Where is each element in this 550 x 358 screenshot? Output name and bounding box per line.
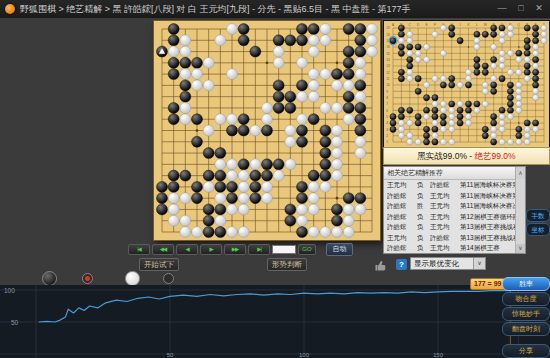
stone-white	[499, 38, 505, 44]
variation-dropdown[interactable]: 显示最优变化 ∨	[410, 257, 486, 270]
stone-white	[423, 44, 429, 50]
stone-black	[398, 25, 404, 31]
stone-white	[541, 25, 547, 31]
stone-black	[180, 91, 191, 102]
stone-black	[432, 107, 438, 113]
stone-black	[308, 24, 319, 35]
minimize-button[interactable]: —	[494, 0, 510, 18]
side-button-3[interactable]: 翻盘时刻	[502, 322, 550, 336]
stone-white	[250, 159, 261, 170]
stone-white	[192, 227, 203, 238]
stone-white	[507, 69, 513, 75]
stone-white	[308, 46, 319, 57]
stone-black	[482, 31, 488, 37]
stone-black	[355, 193, 366, 204]
white-stone-icon	[125, 271, 140, 286]
stone-white	[203, 80, 214, 91]
recommendation-row[interactable]: 許皓鋐负王元均第13届棋王赛挑战赛	[384, 222, 525, 233]
stone-white	[250, 125, 261, 136]
stone-black	[180, 170, 191, 181]
svg-text:15: 15	[386, 52, 390, 56]
svg-text:100: 100	[4, 287, 15, 294]
stone-white	[355, 148, 366, 159]
stone-white	[516, 101, 522, 107]
stone-black	[457, 120, 463, 126]
stone-black	[308, 170, 319, 181]
go-button[interactable]: GO	[298, 244, 316, 255]
stone-white	[308, 80, 319, 91]
stone-white	[398, 120, 404, 126]
stone-white	[320, 181, 331, 192]
stone-white	[440, 139, 446, 145]
stone-black	[157, 204, 168, 215]
stone-black	[398, 31, 404, 37]
side-button-4[interactable]: 分享	[502, 344, 550, 358]
stone-black	[355, 114, 366, 125]
recommendations-header: 相关绝艺精解推荐 ∧	[384, 167, 525, 180]
main-go-board[interactable]	[153, 20, 381, 241]
stone-black	[308, 114, 319, 125]
stone-white	[168, 193, 179, 204]
stone-white	[507, 25, 513, 31]
stone-white	[465, 120, 471, 126]
stone-white	[355, 91, 366, 102]
side-button-0[interactable]: 胜率	[502, 277, 550, 291]
stone-white	[440, 76, 446, 82]
stone-black	[449, 25, 455, 31]
svg-text:J: J	[459, 23, 461, 27]
side-button-1[interactable]: 吻合度	[502, 292, 550, 306]
stone-black	[415, 76, 421, 82]
stone-black	[192, 57, 203, 68]
nav-button-first[interactable]: |◀	[128, 244, 150, 255]
position-judge-button[interactable]: 形势判断	[267, 258, 307, 271]
stone-white	[215, 193, 226, 204]
nav-button-back-fast[interactable]: ◀◀	[152, 244, 174, 255]
stone-black	[407, 44, 413, 50]
stone-black	[203, 204, 214, 215]
stone-white	[355, 69, 366, 80]
stone-black	[297, 125, 308, 136]
svg-text:9: 9	[386, 90, 388, 94]
scrollbar[interactable]: ∨	[515, 179, 525, 253]
svg-text:14: 14	[386, 58, 390, 62]
stone-white	[516, 88, 522, 94]
recommendation-cell: 王元均	[430, 243, 460, 254]
stone-white	[203, 181, 214, 192]
recommendation-row[interactable]: 許皓鋐负王元均第11届海峡杯决赛第2	[384, 191, 525, 202]
stone-white	[407, 50, 413, 56]
svg-text:F: F	[434, 23, 436, 27]
stone-black	[398, 107, 404, 113]
stone-white	[320, 35, 331, 46]
stone-white	[507, 139, 513, 145]
stone-white	[524, 133, 530, 139]
stone-white	[180, 46, 191, 57]
stone-black	[524, 38, 530, 44]
recommendation-row[interactable]: 許皓鋐负王元均第12届棋王赛循环圈	[384, 212, 525, 223]
stone-black	[482, 63, 488, 69]
stone-black	[432, 114, 438, 120]
stone-black	[491, 82, 497, 88]
stone-white	[320, 24, 331, 35]
stone-white	[533, 126, 539, 132]
recommendation-cell: 許皓鋐	[387, 201, 417, 212]
stone-black	[398, 44, 404, 50]
stone-black	[482, 126, 488, 132]
stone-white	[449, 114, 455, 120]
recommendation-cell: 负	[417, 243, 430, 254]
stone-white	[491, 126, 497, 132]
stone-black	[215, 204, 226, 215]
recommendation-cell: 王元均	[430, 191, 460, 202]
stone-white	[491, 63, 497, 69]
stone-white	[285, 159, 296, 170]
recommendations-panel: 相关绝艺精解推荐 ∧ 王元均负許皓鋐第11届海峡杯决赛第1許皓鋐负王元均第11届…	[383, 166, 526, 254]
black-winrate-radio[interactable]	[82, 273, 93, 284]
stone-black	[343, 91, 354, 102]
stone-black	[491, 120, 497, 126]
stone-white	[308, 35, 319, 46]
stone-white	[168, 46, 179, 57]
recommendation-cell: 王元均	[430, 212, 460, 223]
stone-white	[343, 204, 354, 215]
move-navigation: |◀◀◀◀▶▶▶▶| GO 自动	[128, 244, 353, 254]
stone-white	[180, 114, 191, 125]
stone-white	[533, 63, 539, 69]
stone-black	[262, 170, 273, 181]
winrate-line	[39, 291, 511, 322]
svg-text:150: 150	[433, 352, 444, 358]
nav-button-forward[interactable]: ▶	[200, 244, 222, 255]
stone-black	[297, 35, 308, 46]
stone-black	[507, 107, 513, 113]
stone-white	[407, 120, 413, 126]
mini-go-board[interactable]: A19B18C17D16E15F14G13H12J11K10L9M8N7O6P5…	[383, 20, 550, 148]
stone-white	[180, 215, 191, 226]
stone-white	[533, 50, 539, 56]
stone-black	[285, 204, 296, 215]
start-trial-button[interactable]: 开始试下	[139, 258, 179, 271]
stone-white	[440, 107, 446, 113]
stone-black	[491, 57, 497, 63]
stone-white	[215, 35, 226, 46]
stone-black	[491, 31, 497, 37]
stone-black	[238, 159, 249, 170]
stone-white	[449, 126, 455, 132]
stone-white	[499, 126, 505, 132]
stone-black	[449, 31, 455, 37]
stone-black	[516, 133, 522, 139]
stone-white	[407, 76, 413, 82]
stone-black	[180, 80, 191, 91]
svg-text:4: 4	[386, 121, 388, 125]
nav-button-back[interactable]: ◀	[176, 244, 198, 255]
stone-white	[273, 57, 284, 68]
stone-black	[390, 126, 396, 132]
stone-black	[440, 114, 446, 120]
stone-white	[320, 102, 331, 113]
stone-black	[273, 35, 284, 46]
stone-black	[320, 136, 331, 147]
stone-black	[465, 101, 471, 107]
stone-black	[203, 227, 214, 238]
stone-black	[407, 63, 413, 69]
stone-black	[355, 102, 366, 113]
close-button[interactable]: ✕	[531, 0, 547, 18]
stone-white	[499, 63, 505, 69]
stone-white	[332, 125, 343, 136]
move-numbers-toggle[interactable]: 手数	[526, 209, 550, 222]
stone-white	[499, 139, 505, 145]
stone-black	[423, 126, 429, 132]
stone-white	[203, 125, 214, 136]
stone-black	[465, 107, 471, 113]
stone-black	[297, 24, 308, 35]
stone-white	[499, 57, 505, 63]
stone-black	[343, 24, 354, 35]
stone-white	[449, 107, 455, 113]
coordinates-toggle[interactable]: 坐标	[526, 223, 550, 236]
recommendation-row[interactable]: 王元均负許皓鋐第11届海峡杯决赛第1	[384, 180, 525, 191]
stone-black	[533, 25, 539, 31]
white-winrate-radio[interactable]	[163, 273, 174, 284]
stone-white	[474, 38, 480, 44]
stone-black	[215, 170, 226, 181]
stone-white	[273, 170, 284, 181]
stone-white	[398, 133, 404, 139]
stone-white	[180, 102, 191, 113]
stone-black	[390, 114, 396, 120]
thumbs-up-icon[interactable]	[374, 258, 387, 271]
stone-white	[308, 193, 319, 204]
stone-black	[215, 148, 226, 159]
stone-white	[407, 139, 413, 145]
stone-white	[308, 227, 319, 238]
svg-text:8: 8	[386, 96, 388, 100]
svg-text:100: 100	[299, 352, 310, 358]
scroll-down-icon[interactable]: ∨	[516, 244, 525, 253]
stone-black	[474, 63, 480, 69]
svg-text:6: 6	[386, 109, 388, 113]
stone-black	[320, 170, 331, 181]
stone-white	[432, 31, 438, 37]
stone-black	[297, 80, 308, 91]
stone-white	[407, 31, 413, 37]
stone-white	[297, 91, 308, 102]
recommendation-cell: 許皓鋐	[387, 222, 417, 233]
stone-black	[250, 181, 261, 192]
stone-white	[262, 114, 273, 125]
stone-white	[415, 139, 421, 145]
stone-white	[355, 57, 366, 68]
stone-white	[449, 120, 455, 126]
svg-text:7: 7	[386, 102, 388, 106]
stone-black	[343, 102, 354, 113]
stone-black	[390, 38, 396, 44]
stone-white	[516, 95, 522, 101]
scroll-up-icon[interactable]: ∧	[515, 167, 525, 179]
stone-black	[343, 69, 354, 80]
move-number-input[interactable]	[272, 245, 296, 254]
stone-black	[457, 38, 463, 44]
stone-black	[398, 76, 404, 82]
stone-black	[343, 57, 354, 68]
stone-black	[192, 193, 203, 204]
svg-text:M: M	[484, 23, 487, 27]
stone-black	[440, 82, 446, 88]
stone-white	[332, 148, 343, 159]
stone-white	[533, 95, 539, 101]
svg-text:13: 13	[386, 64, 390, 68]
recommendation-row[interactable]: 王元均负許皓鋐第13届棋王赛挑战赛	[384, 233, 525, 244]
maximize-button[interactable]: □	[513, 0, 529, 18]
stone-white	[320, 69, 331, 80]
stone-white	[516, 107, 522, 113]
stone-white	[227, 159, 238, 170]
svg-text:D: D	[417, 23, 420, 27]
svg-text:18: 18	[386, 33, 390, 37]
stone-black	[449, 76, 455, 82]
stone-white	[192, 69, 203, 80]
stone-black	[332, 69, 343, 80]
stone-white	[524, 57, 530, 63]
stone-black	[273, 159, 284, 170]
stone-white	[192, 80, 203, 91]
stone-black	[273, 80, 284, 91]
stone-black	[168, 181, 179, 192]
stone-white	[507, 31, 513, 37]
winbar-separator: -	[467, 151, 475, 161]
foxgo-logo-icon	[5, 4, 15, 14]
stone-white	[355, 136, 366, 147]
winrate-chart[interactable]: 1005050100150180	[0, 285, 550, 358]
svg-text:E: E	[425, 23, 427, 27]
stone-black	[524, 63, 530, 69]
recommendation-row[interactable]: 許皓鋐胜王元均第11届海峡杯决赛决胜	[384, 201, 525, 212]
stone-black	[285, 35, 296, 46]
stone-black	[507, 88, 513, 94]
recommendation-row[interactable]: 許皓鋐负王元均第14届棋王赛	[384, 243, 525, 254]
chevron-down-icon: ∨	[473, 258, 485, 269]
stone-black	[168, 114, 179, 125]
stone-black	[499, 107, 505, 113]
stone-white	[499, 120, 505, 126]
stone-white	[516, 82, 522, 88]
stone-black	[192, 114, 203, 125]
auto-play-button[interactable]: 自动	[326, 243, 353, 256]
stone-white	[215, 159, 226, 170]
stone-black	[238, 24, 249, 35]
stone-white	[407, 69, 413, 75]
stone-white	[440, 25, 446, 31]
stone-black	[432, 95, 438, 101]
stone-black	[250, 193, 261, 204]
stone-white	[465, 69, 471, 75]
recommendation-cell: 负	[417, 180, 430, 191]
stone-black	[297, 227, 308, 238]
stone-black	[474, 101, 480, 107]
stone-black	[499, 76, 505, 82]
stone-white	[297, 204, 308, 215]
stone-white	[332, 159, 343, 170]
nav-button-last[interactable]: ▶|	[248, 244, 270, 255]
svg-text:5: 5	[386, 115, 388, 119]
stone-white	[285, 125, 296, 136]
svg-text:11: 11	[386, 77, 390, 81]
stone-black	[355, 80, 366, 91]
stone-black	[499, 25, 505, 31]
stone-white	[320, 227, 331, 238]
stone-black	[215, 181, 226, 192]
stone-white	[297, 215, 308, 226]
stone-white	[491, 76, 497, 82]
stone-black	[533, 38, 539, 44]
stone-black	[440, 120, 446, 126]
stone-white	[524, 76, 530, 82]
stone-black	[273, 91, 284, 102]
stone-white	[297, 57, 308, 68]
svg-text:1: 1	[386, 140, 388, 144]
stone-black	[180, 57, 191, 68]
stone-black	[355, 35, 366, 46]
stone-white	[238, 193, 249, 204]
svg-text:19: 19	[386, 26, 390, 30]
stone-black	[285, 91, 296, 102]
stone-white	[491, 44, 497, 50]
stone-black	[297, 136, 308, 147]
stone-black	[355, 46, 366, 57]
stone-white	[367, 35, 378, 46]
stone-white	[227, 114, 238, 125]
stone-white	[398, 126, 404, 132]
stone-black	[285, 215, 296, 226]
side-button-2[interactable]: 惊艳妙手	[502, 307, 550, 321]
stone-black	[533, 69, 539, 75]
stone-black	[168, 35, 179, 46]
stone-black	[507, 82, 513, 88]
stone-white	[482, 88, 488, 94]
stone-white	[524, 139, 530, 145]
stone-black	[432, 126, 438, 132]
stone-white	[343, 80, 354, 91]
stone-black	[398, 114, 404, 120]
stone-black	[250, 170, 261, 181]
nav-button-forward-fast[interactable]: ▶▶	[224, 244, 246, 255]
stone-white	[180, 227, 191, 238]
stone-white	[168, 215, 179, 226]
recommendation-cell: 负	[417, 191, 430, 202]
svg-text:16: 16	[386, 45, 390, 49]
stone-white	[297, 114, 308, 125]
stone-black	[192, 181, 203, 192]
stone-black	[423, 139, 429, 145]
recommendation-cell: 許皓鋐	[387, 191, 417, 202]
svg-text:2: 2	[386, 134, 388, 138]
help-icon[interactable]: ?	[396, 259, 407, 270]
recommendations-list: 王元均负許皓鋐第11届海峡杯决赛第1許皓鋐负王元均第11届海峡杯决赛第2許皓鋐胜…	[384, 180, 525, 254]
recommendation-cell: 許皓鋐	[387, 243, 417, 254]
stone-black	[423, 133, 429, 139]
stone-white	[332, 80, 343, 91]
app-window: { "window": { "title": "野狐围棋 > 绝艺精解 > 黑 …	[0, 0, 550, 358]
stone-white	[238, 181, 249, 192]
stone-black	[203, 148, 214, 159]
stone-white	[507, 50, 513, 56]
stone-white	[432, 101, 438, 107]
stone-black	[491, 114, 497, 120]
svg-text:3: 3	[386, 128, 388, 132]
